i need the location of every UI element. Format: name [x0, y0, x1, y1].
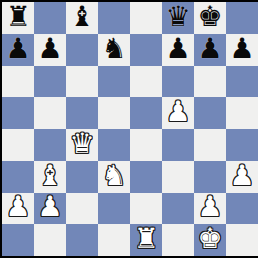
- black-chess-bishop-icon[interactable]: ♝: [69, 3, 94, 31]
- square-e6[interactable]: [130, 66, 162, 98]
- square-e4[interactable]: [130, 129, 162, 161]
- white-chess-rook-icon[interactable]: ♜: [133, 225, 158, 253]
- black-chess-pawn-icon[interactable]: ♟: [197, 35, 222, 63]
- square-g3[interactable]: [194, 161, 226, 193]
- square-h7[interactable]: ♟: [226, 34, 258, 66]
- square-f7[interactable]: ♟: [162, 34, 194, 66]
- square-f4[interactable]: [162, 129, 194, 161]
- square-c2[interactable]: [66, 193, 98, 225]
- black-chess-pawn-icon[interactable]: ♟: [165, 35, 190, 63]
- white-chess-bishop-icon[interactable]: ♝: [37, 162, 62, 190]
- square-g2[interactable]: ♟: [194, 193, 226, 225]
- square-e8[interactable]: [130, 2, 162, 34]
- square-a4[interactable]: [2, 129, 34, 161]
- square-h1[interactable]: [226, 224, 258, 256]
- square-b3[interactable]: ♝: [34, 161, 66, 193]
- square-c8[interactable]: ♝: [66, 2, 98, 34]
- square-h3[interactable]: ♟: [226, 161, 258, 193]
- square-d7[interactable]: ♞: [98, 34, 130, 66]
- square-h2[interactable]: [226, 193, 258, 225]
- white-chess-pawn-icon[interactable]: ♟: [229, 162, 254, 190]
- white-chess-pawn-icon[interactable]: ♟: [5, 193, 30, 221]
- square-g1[interactable]: ♚: [194, 224, 226, 256]
- square-c3[interactable]: [66, 161, 98, 193]
- square-g6[interactable]: [194, 66, 226, 98]
- square-c4[interactable]: ♛: [66, 129, 98, 161]
- chess-board: ♜♝♛♚♟♟♞♟♟♟♟♛♝♞♟♟♟♟♜♚: [0, 0, 258, 258]
- square-b2[interactable]: ♟: [34, 193, 66, 225]
- square-a3[interactable]: [2, 161, 34, 193]
- black-chess-knight-icon[interactable]: ♞: [101, 35, 126, 63]
- square-d5[interactable]: [98, 97, 130, 129]
- black-chess-pawn-icon[interactable]: ♟: [37, 35, 62, 63]
- square-d8[interactable]: [98, 2, 130, 34]
- white-chess-pawn-icon[interactable]: ♟: [37, 193, 62, 221]
- white-chess-knight-icon[interactable]: ♞: [101, 162, 126, 190]
- square-f6[interactable]: [162, 66, 194, 98]
- square-a2[interactable]: ♟: [2, 193, 34, 225]
- white-chess-king-icon[interactable]: ♚: [197, 225, 222, 253]
- square-a5[interactable]: [2, 97, 34, 129]
- square-a1[interactable]: [2, 224, 34, 256]
- square-e2[interactable]: [130, 193, 162, 225]
- square-c5[interactable]: [66, 97, 98, 129]
- square-h6[interactable]: [226, 66, 258, 98]
- square-f2[interactable]: [162, 193, 194, 225]
- square-f3[interactable]: [162, 161, 194, 193]
- square-f5[interactable]: ♟: [162, 97, 194, 129]
- black-chess-king-icon[interactable]: ♚: [197, 3, 222, 31]
- square-b7[interactable]: ♟: [34, 34, 66, 66]
- square-b5[interactable]: [34, 97, 66, 129]
- square-f1[interactable]: [162, 224, 194, 256]
- square-h8[interactable]: [226, 2, 258, 34]
- white-chess-pawn-icon[interactable]: ♟: [165, 98, 190, 126]
- square-a8[interactable]: ♜: [2, 2, 34, 34]
- square-e5[interactable]: [130, 97, 162, 129]
- white-chess-pawn-icon[interactable]: ♟: [197, 193, 222, 221]
- square-d6[interactable]: [98, 66, 130, 98]
- square-c6[interactable]: [66, 66, 98, 98]
- square-g4[interactable]: [194, 129, 226, 161]
- square-g8[interactable]: ♚: [194, 2, 226, 34]
- square-b4[interactable]: [34, 129, 66, 161]
- black-chess-pawn-icon[interactable]: ♟: [5, 35, 30, 63]
- black-chess-rook-icon[interactable]: ♜: [5, 3, 30, 31]
- square-d1[interactable]: [98, 224, 130, 256]
- square-d3[interactable]: ♞: [98, 161, 130, 193]
- square-b6[interactable]: [34, 66, 66, 98]
- square-e3[interactable]: [130, 161, 162, 193]
- square-c1[interactable]: [66, 224, 98, 256]
- black-chess-pawn-icon[interactable]: ♟: [229, 35, 254, 63]
- square-f8[interactable]: ♛: [162, 2, 194, 34]
- square-a7[interactable]: ♟: [2, 34, 34, 66]
- square-e1[interactable]: ♜: [130, 224, 162, 256]
- chess-diagram: ♜♝♛♚♟♟♞♟♟♟♟♛♝♞♟♟♟♟♜♚: [0, 0, 258, 258]
- square-d4[interactable]: [98, 129, 130, 161]
- square-g7[interactable]: ♟: [194, 34, 226, 66]
- square-e7[interactable]: [130, 34, 162, 66]
- square-h4[interactable]: [226, 129, 258, 161]
- square-b8[interactable]: [34, 2, 66, 34]
- black-chess-queen-icon[interactable]: ♛: [165, 3, 190, 31]
- square-c7[interactable]: [66, 34, 98, 66]
- square-b1[interactable]: [34, 224, 66, 256]
- square-a6[interactable]: [2, 66, 34, 98]
- white-chess-queen-icon[interactable]: ♛: [69, 130, 94, 158]
- square-d2[interactable]: [98, 193, 130, 225]
- square-h5[interactable]: [226, 97, 258, 129]
- square-g5[interactable]: [194, 97, 226, 129]
